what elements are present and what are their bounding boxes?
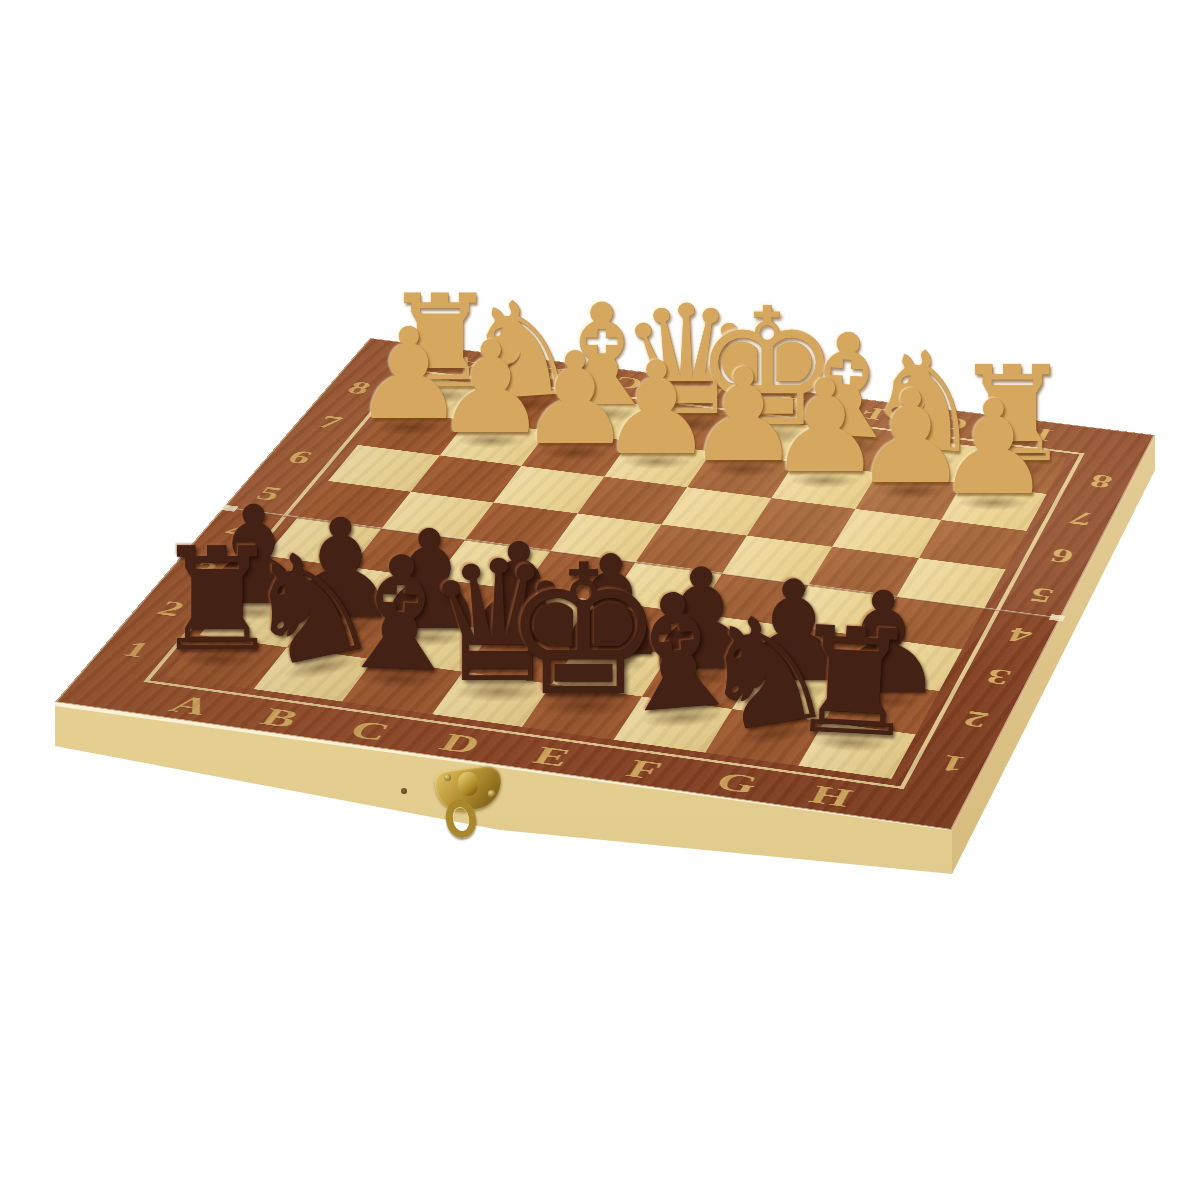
product-photo-stage: 8877665544332211AABBCCDDEEFFGGHH ♜♞♝♛♚♝♞…: [0, 0, 1200, 1200]
rook-glyph: ♜: [785, 605, 923, 758]
clasp-screw: [488, 790, 495, 797]
pawn-glyph: ♟: [935, 384, 1052, 514]
clasp-screw: [444, 774, 451, 781]
black-rook-h1[interactable]: ♜: [785, 605, 923, 758]
clasp-latch[interactable]: [432, 764, 518, 848]
clasp-dome: [458, 772, 478, 796]
white-pawn-h7[interactable]: ♟: [935, 384, 1052, 514]
screw-hole: [401, 788, 407, 794]
